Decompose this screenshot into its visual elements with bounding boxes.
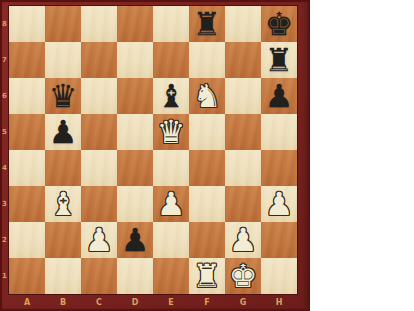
file-label-d: D	[117, 296, 153, 310]
piece-black-queen-b6[interactable]: ♛	[49, 78, 78, 114]
square-d3[interactable]	[117, 186, 153, 222]
piece-white-pawn-e3[interactable]: ♟	[157, 186, 186, 222]
square-c1[interactable]	[81, 258, 117, 294]
square-h5[interactable]	[261, 114, 297, 150]
square-h4[interactable]	[261, 150, 297, 186]
square-a7[interactable]	[9, 42, 45, 78]
square-b7[interactable]	[45, 42, 81, 78]
square-f6[interactable]: ♞	[189, 78, 225, 114]
square-e5[interactable]: ♛	[153, 114, 189, 150]
square-a4[interactable]	[9, 150, 45, 186]
square-f7[interactable]	[189, 42, 225, 78]
square-b6[interactable]: ♛	[45, 78, 81, 114]
square-c2[interactable]: ♟	[81, 222, 117, 258]
square-d1[interactable]	[117, 258, 153, 294]
rank-label-1: 1	[0, 258, 9, 294]
page-margin	[310, 0, 414, 311]
square-d2[interactable]: ♟	[117, 222, 153, 258]
square-c5[interactable]	[81, 114, 117, 150]
square-c8[interactable]	[81, 6, 117, 42]
square-f2[interactable]	[189, 222, 225, 258]
piece-black-bishop-e6[interactable]: ♝	[157, 78, 186, 114]
square-d6[interactable]	[117, 78, 153, 114]
square-h1[interactable]	[261, 258, 297, 294]
square-g3[interactable]	[225, 186, 261, 222]
rank-label-6: 6	[0, 78, 9, 114]
square-c4[interactable]	[81, 150, 117, 186]
square-f8[interactable]: ♜	[189, 6, 225, 42]
square-d8[interactable]	[117, 6, 153, 42]
square-e6[interactable]: ♝	[153, 78, 189, 114]
square-e7[interactable]	[153, 42, 189, 78]
square-g1[interactable]: ♚	[225, 258, 261, 294]
piece-white-queen-e5[interactable]: ♛	[157, 114, 186, 150]
square-a3[interactable]	[9, 186, 45, 222]
square-g5[interactable]	[225, 114, 261, 150]
rank-label-5: 5	[0, 114, 9, 150]
rank-label-3: 3	[0, 186, 9, 222]
board-frame: ♜♚♜♛♝♞♟♟♛♝♟♟♟♟♟♜♚ 87654321ABCDEFGH	[0, 0, 310, 311]
piece-black-rook-h7[interactable]: ♜	[265, 42, 294, 78]
rank-label-7: 7	[0, 42, 9, 78]
chess-diagram: ♜♚♜♛♝♞♟♟♛♝♟♟♟♟♟♜♚ 87654321ABCDEFGH	[0, 0, 414, 311]
square-h2[interactable]	[261, 222, 297, 258]
square-b5[interactable]: ♟	[45, 114, 81, 150]
square-c7[interactable]	[81, 42, 117, 78]
square-g7[interactable]	[225, 42, 261, 78]
piece-white-pawn-g2[interactable]: ♟	[229, 222, 258, 258]
piece-white-pawn-h3[interactable]: ♟	[265, 186, 294, 222]
square-e8[interactable]	[153, 6, 189, 42]
square-e1[interactable]	[153, 258, 189, 294]
square-a1[interactable]	[9, 258, 45, 294]
piece-white-rook-f1[interactable]: ♜	[193, 258, 222, 294]
piece-white-knight-f6[interactable]: ♞	[193, 78, 222, 114]
square-g2[interactable]: ♟	[225, 222, 261, 258]
square-f5[interactable]	[189, 114, 225, 150]
square-f3[interactable]	[189, 186, 225, 222]
square-c6[interactable]	[81, 78, 117, 114]
square-g8[interactable]	[225, 6, 261, 42]
file-label-f: F	[189, 296, 225, 310]
square-a8[interactable]	[9, 6, 45, 42]
square-e3[interactable]: ♟	[153, 186, 189, 222]
square-h8[interactable]: ♚	[261, 6, 297, 42]
file-label-b: B	[45, 296, 81, 310]
square-b8[interactable]	[45, 6, 81, 42]
rank-label-2: 2	[0, 222, 9, 258]
rank-label-8: 8	[0, 6, 9, 42]
square-d4[interactable]	[117, 150, 153, 186]
piece-black-pawn-b5[interactable]: ♟	[49, 114, 78, 150]
file-label-g: G	[225, 296, 261, 310]
square-e2[interactable]	[153, 222, 189, 258]
square-e4[interactable]	[153, 150, 189, 186]
file-label-e: E	[153, 296, 189, 310]
square-b2[interactable]	[45, 222, 81, 258]
square-f4[interactable]	[189, 150, 225, 186]
square-a5[interactable]	[9, 114, 45, 150]
piece-white-king-g1[interactable]: ♚	[229, 258, 258, 294]
square-f1[interactable]: ♜	[189, 258, 225, 294]
file-label-c: C	[81, 296, 117, 310]
piece-white-bishop-b3[interactable]: ♝	[49, 186, 78, 222]
file-label-h: H	[261, 296, 297, 310]
piece-black-king-h8[interactable]: ♚	[265, 6, 294, 42]
piece-black-rook-f8[interactable]: ♜	[193, 6, 222, 42]
piece-white-pawn-c2[interactable]: ♟	[85, 222, 114, 258]
file-label-a: A	[9, 296, 45, 310]
piece-black-pawn-h6[interactable]: ♟	[265, 78, 294, 114]
square-g6[interactable]	[225, 78, 261, 114]
square-h7[interactable]: ♜	[261, 42, 297, 78]
board-grid: ♜♚♜♛♝♞♟♟♛♝♟♟♟♟♟♜♚	[9, 6, 297, 294]
square-a2[interactable]	[9, 222, 45, 258]
square-d7[interactable]	[117, 42, 153, 78]
square-a6[interactable]	[9, 78, 45, 114]
square-b1[interactable]	[45, 258, 81, 294]
square-b4[interactable]	[45, 150, 81, 186]
piece-black-pawn-d2[interactable]: ♟	[121, 222, 150, 258]
square-c3[interactable]	[81, 186, 117, 222]
square-d5[interactable]	[117, 114, 153, 150]
square-b3[interactable]: ♝	[45, 186, 81, 222]
square-h6[interactable]: ♟	[261, 78, 297, 114]
square-h3[interactable]: ♟	[261, 186, 297, 222]
square-g4[interactable]	[225, 150, 261, 186]
rank-label-4: 4	[0, 150, 9, 186]
